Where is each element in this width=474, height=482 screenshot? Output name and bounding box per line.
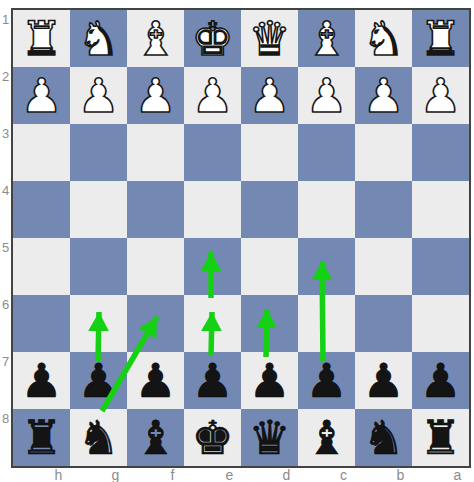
rank-label-2: 2 bbox=[0, 70, 11, 84]
square-h7[interactable]: ♟ bbox=[13, 352, 70, 409]
piece-black-rook: ♜ bbox=[419, 409, 461, 466]
square-e6[interactable] bbox=[184, 295, 241, 352]
piece-white-knight: ♞ bbox=[77, 10, 119, 67]
file-label-h: h bbox=[48, 468, 70, 482]
piece-white-rook: ♜ bbox=[419, 10, 461, 67]
square-d8[interactable]: ♛ bbox=[241, 409, 298, 466]
piece-white-knight: ♞ bbox=[362, 10, 404, 67]
square-g1[interactable]: ♞ bbox=[70, 10, 127, 67]
square-d2[interactable]: ♟ bbox=[241, 67, 298, 124]
square-b7[interactable]: ♟ bbox=[355, 352, 412, 409]
square-h2[interactable]: ♟ bbox=[13, 67, 70, 124]
file-label-a: a bbox=[447, 468, 469, 482]
square-a2[interactable]: ♟ bbox=[412, 67, 469, 124]
file-label-d: d bbox=[276, 468, 298, 482]
piece-black-pawn: ♟ bbox=[248, 352, 290, 409]
square-a3[interactable] bbox=[412, 124, 469, 181]
square-a5[interactable] bbox=[412, 238, 469, 295]
piece-white-pawn: ♟ bbox=[419, 67, 461, 124]
rank-label-7: 7 bbox=[0, 355, 11, 369]
square-f2[interactable]: ♟ bbox=[127, 67, 184, 124]
square-g8[interactable]: ♞ bbox=[70, 409, 127, 466]
square-e4[interactable] bbox=[184, 181, 241, 238]
square-f4[interactable] bbox=[127, 181, 184, 238]
piece-white-bishop: ♝ bbox=[305, 10, 347, 67]
square-e7[interactable]: ♟ bbox=[184, 352, 241, 409]
square-c1[interactable]: ♝ bbox=[298, 10, 355, 67]
piece-black-pawn: ♟ bbox=[20, 352, 62, 409]
square-e1[interactable]: ♚ bbox=[184, 10, 241, 67]
square-h5[interactable] bbox=[13, 238, 70, 295]
square-e5[interactable] bbox=[184, 238, 241, 295]
piece-white-pawn: ♟ bbox=[77, 67, 119, 124]
chess-board: ♜♞♝♚♛♝♞♜♟♟♟♟♟♟♟♟♟♟♟♟♟♟♟♟♜♞♝♚♛♝♞♜ bbox=[11, 8, 471, 468]
piece-black-pawn: ♟ bbox=[362, 352, 404, 409]
file-label-c: c bbox=[333, 468, 355, 482]
piece-white-bishop: ♝ bbox=[134, 10, 176, 67]
square-b1[interactable]: ♞ bbox=[355, 10, 412, 67]
rank-label-8: 8 bbox=[0, 412, 11, 426]
square-b3[interactable] bbox=[355, 124, 412, 181]
file-label-f: f bbox=[162, 468, 184, 482]
piece-white-pawn: ♟ bbox=[191, 67, 233, 124]
piece-white-queen: ♛ bbox=[248, 10, 290, 67]
square-g6[interactable] bbox=[70, 295, 127, 352]
file-label-e: e bbox=[219, 468, 241, 482]
square-c4[interactable] bbox=[298, 181, 355, 238]
square-c5[interactable] bbox=[298, 238, 355, 295]
square-f8[interactable]: ♝ bbox=[127, 409, 184, 466]
square-b8[interactable]: ♞ bbox=[355, 409, 412, 466]
piece-white-pawn: ♟ bbox=[134, 67, 176, 124]
square-h4[interactable] bbox=[13, 181, 70, 238]
piece-black-rook: ♜ bbox=[20, 409, 62, 466]
square-g7[interactable]: ♟ bbox=[70, 352, 127, 409]
square-d6[interactable] bbox=[241, 295, 298, 352]
piece-black-pawn: ♟ bbox=[419, 352, 461, 409]
piece-black-bishop: ♝ bbox=[305, 409, 347, 466]
piece-black-pawn: ♟ bbox=[305, 352, 347, 409]
square-f7[interactable]: ♟ bbox=[127, 352, 184, 409]
square-e2[interactable]: ♟ bbox=[184, 67, 241, 124]
chess-app: ♜♞♝♚♛♝♞♜♟♟♟♟♟♟♟♟♟♟♟♟♟♟♟♟♜♞♝♚♛♝♞♜ 1234567… bbox=[0, 0, 474, 482]
square-e8[interactable]: ♚ bbox=[184, 409, 241, 466]
rank-label-3: 3 bbox=[0, 127, 11, 141]
file-label-g: g bbox=[105, 468, 127, 482]
square-d4[interactable] bbox=[241, 181, 298, 238]
square-d7[interactable]: ♟ bbox=[241, 352, 298, 409]
piece-black-knight: ♞ bbox=[362, 409, 404, 466]
square-d1[interactable]: ♛ bbox=[241, 10, 298, 67]
square-g2[interactable]: ♟ bbox=[70, 67, 127, 124]
piece-white-pawn: ♟ bbox=[362, 67, 404, 124]
rank-label-6: 6 bbox=[0, 298, 11, 312]
square-g3[interactable] bbox=[70, 124, 127, 181]
square-d5[interactable] bbox=[241, 238, 298, 295]
square-g4[interactable] bbox=[70, 181, 127, 238]
piece-black-king: ♚ bbox=[191, 409, 233, 466]
piece-black-pawn: ♟ bbox=[77, 352, 119, 409]
piece-white-king: ♚ bbox=[191, 10, 233, 67]
rank-label-1: 1 bbox=[0, 13, 11, 27]
piece-black-bishop: ♝ bbox=[134, 409, 176, 466]
square-a6[interactable] bbox=[412, 295, 469, 352]
square-b5[interactable] bbox=[355, 238, 412, 295]
square-f3[interactable] bbox=[127, 124, 184, 181]
piece-black-pawn: ♟ bbox=[134, 352, 176, 409]
square-a8[interactable]: ♜ bbox=[412, 409, 469, 466]
piece-white-pawn: ♟ bbox=[305, 67, 347, 124]
square-f6[interactable] bbox=[127, 295, 184, 352]
square-f5[interactable] bbox=[127, 238, 184, 295]
rank-label-4: 4 bbox=[0, 184, 11, 198]
square-d3[interactable] bbox=[241, 124, 298, 181]
square-a1[interactable]: ♜ bbox=[412, 10, 469, 67]
square-c2[interactable]: ♟ bbox=[298, 67, 355, 124]
square-b4[interactable] bbox=[355, 181, 412, 238]
piece-white-pawn: ♟ bbox=[20, 67, 62, 124]
square-c6[interactable] bbox=[298, 295, 355, 352]
square-h8[interactable]: ♜ bbox=[13, 409, 70, 466]
square-a7[interactable]: ♟ bbox=[412, 352, 469, 409]
piece-white-pawn: ♟ bbox=[248, 67, 290, 124]
square-b2[interactable]: ♟ bbox=[355, 67, 412, 124]
square-a4[interactable] bbox=[412, 181, 469, 238]
piece-black-knight: ♞ bbox=[77, 409, 119, 466]
piece-black-pawn: ♟ bbox=[191, 352, 233, 409]
file-label-b: b bbox=[390, 468, 412, 482]
square-h1[interactable]: ♜ bbox=[13, 10, 70, 67]
square-c3[interactable] bbox=[298, 124, 355, 181]
square-c7[interactable]: ♟ bbox=[298, 352, 355, 409]
piece-black-queen: ♛ bbox=[248, 409, 290, 466]
square-c8[interactable]: ♝ bbox=[298, 409, 355, 466]
piece-white-rook: ♜ bbox=[20, 10, 62, 67]
square-b6[interactable] bbox=[355, 295, 412, 352]
square-g5[interactable] bbox=[70, 238, 127, 295]
square-h6[interactable] bbox=[13, 295, 70, 352]
rank-label-5: 5 bbox=[0, 241, 11, 255]
square-e3[interactable] bbox=[184, 124, 241, 181]
square-h3[interactable] bbox=[13, 124, 70, 181]
square-f1[interactable]: ♝ bbox=[127, 10, 184, 67]
